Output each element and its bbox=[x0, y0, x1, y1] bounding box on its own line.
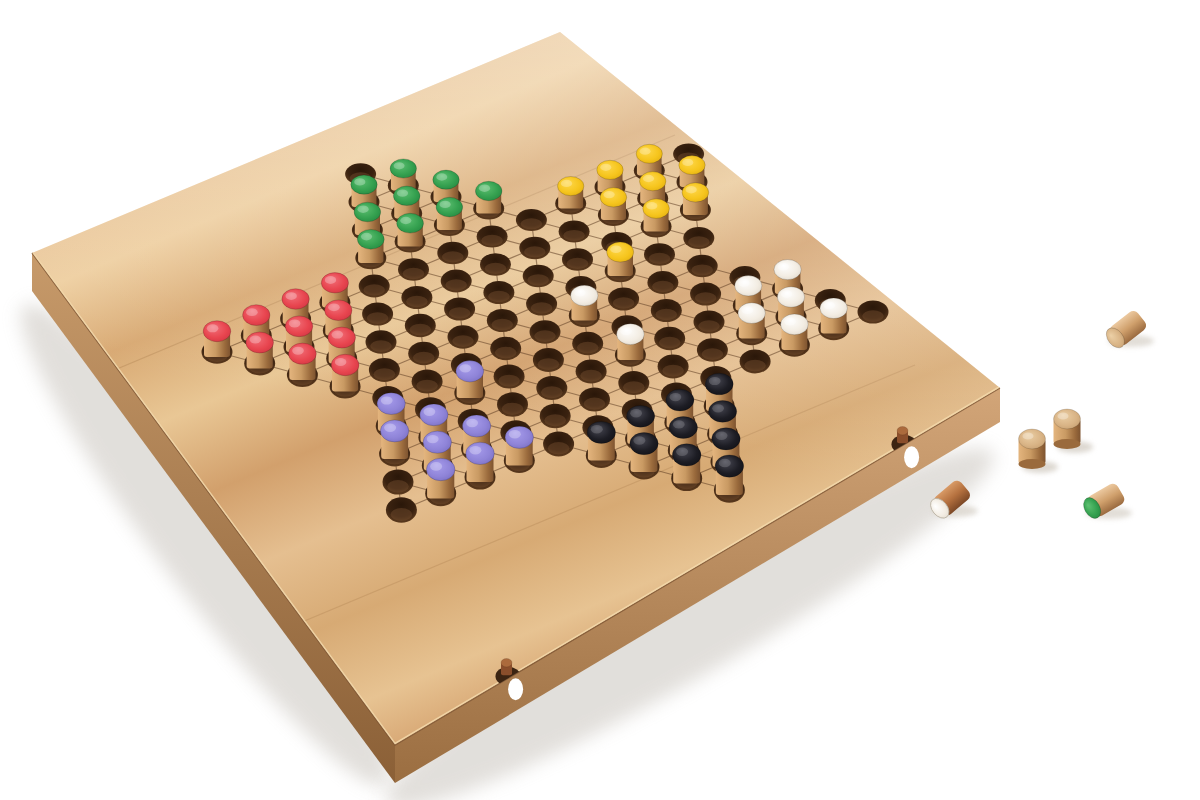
hole-c11-t-1.5[interactable] bbox=[647, 271, 678, 294]
peg-green[interactable] bbox=[433, 170, 459, 202]
wood-sheen bbox=[32, 32, 1000, 745]
hole-c5-t-0.5[interactable] bbox=[405, 314, 436, 337]
peg-white[interactable] bbox=[781, 314, 809, 350]
hole-c4-t0[interactable] bbox=[366, 330, 397, 354]
hole-c8-t4[interactable] bbox=[543, 432, 574, 457]
loose-peg-standing-natural[interactable] bbox=[1054, 409, 1094, 453]
hole-c12-t-2[interactable] bbox=[687, 255, 718, 278]
chinese-checkers-board-photo bbox=[0, 0, 1200, 800]
hole-c9-t2.5[interactable] bbox=[579, 387, 610, 411]
loose-peg-standing-natural[interactable] bbox=[1019, 429, 1059, 473]
scene bbox=[0, 0, 1200, 800]
hole-c12-t0[interactable] bbox=[694, 310, 725, 333]
loose-peg-lying-natural[interactable] bbox=[1099, 308, 1160, 369]
peg-black[interactable] bbox=[672, 444, 701, 484]
peg-yellow[interactable] bbox=[682, 183, 709, 215]
notch-gap bbox=[508, 678, 523, 700]
hole-c4-t-1[interactable] bbox=[362, 302, 393, 325]
peg-green[interactable] bbox=[436, 197, 463, 230]
peg-purple[interactable] bbox=[466, 442, 495, 482]
hole-c8-t-1[interactable] bbox=[526, 293, 557, 316]
peg-green[interactable] bbox=[390, 159, 416, 191]
peg-white[interactable] bbox=[738, 303, 765, 339]
hole-c8-t-3[interactable] bbox=[519, 237, 550, 259]
hole-c13-t1.5[interactable] bbox=[740, 350, 771, 374]
peg-white[interactable] bbox=[820, 298, 847, 334]
hole-c9-t1.5[interactable] bbox=[576, 360, 607, 384]
peg-yellow[interactable] bbox=[643, 199, 670, 232]
hole-c7-t2.5[interactable] bbox=[497, 392, 528, 416]
peg-yellow[interactable] bbox=[636, 144, 662, 175]
hole-c9-t0.5[interactable] bbox=[572, 332, 603, 356]
peg-green[interactable] bbox=[397, 213, 424, 246]
peg-red[interactable] bbox=[246, 332, 274, 369]
peg-red[interactable] bbox=[331, 354, 359, 391]
hole-c7-t-3.5[interactable] bbox=[477, 225, 508, 247]
hole-c7-t0.5[interactable] bbox=[490, 337, 521, 361]
peg-purple[interactable] bbox=[505, 426, 533, 465]
hole-c8-t-2[interactable] bbox=[523, 265, 554, 288]
peg-red[interactable] bbox=[203, 321, 231, 357]
hole-c16-t0[interactable] bbox=[858, 300, 889, 323]
hole-c6-t-1[interactable] bbox=[444, 297, 475, 320]
peg-yellow[interactable] bbox=[640, 172, 666, 204]
hole-c11-t-2.5[interactable] bbox=[644, 243, 675, 265]
hole-c11-t-0.5[interactable] bbox=[651, 299, 682, 322]
hole-c12-t1[interactable] bbox=[697, 338, 728, 362]
peg-yellow[interactable] bbox=[558, 177, 584, 209]
hole-c7-t-2.5[interactable] bbox=[480, 253, 511, 276]
hole-c10-t2[interactable] bbox=[618, 371, 649, 395]
hole-c8-t0[interactable] bbox=[530, 320, 561, 343]
peg-yellow[interactable] bbox=[597, 160, 623, 192]
hole-c4-t6[interactable] bbox=[386, 497, 417, 523]
hole-c7-t1.5[interactable] bbox=[494, 365, 525, 389]
board-top-face bbox=[0, 32, 1000, 755]
hole-c7-t-1.5[interactable] bbox=[483, 281, 514, 304]
hole-c6-t-2[interactable] bbox=[441, 270, 472, 293]
hole-c11-t1.5[interactable] bbox=[658, 355, 689, 379]
peg-yellow[interactable] bbox=[607, 242, 634, 276]
hole-c11-t0.5[interactable] bbox=[654, 327, 685, 350]
peg-green[interactable] bbox=[475, 181, 502, 213]
peg-purple[interactable] bbox=[380, 420, 408, 459]
hole-c6-t0[interactable] bbox=[448, 325, 479, 348]
peg-black[interactable] bbox=[715, 455, 744, 495]
hole-c12-t-3[interactable] bbox=[683, 227, 714, 249]
hole-c8-t1[interactable] bbox=[533, 348, 564, 372]
hole-c4-t5[interactable] bbox=[383, 469, 414, 494]
peg-yellow[interactable] bbox=[600, 188, 627, 220]
peg-green[interactable] bbox=[357, 229, 384, 263]
peg-yellow[interactable] bbox=[679, 156, 705, 187]
peg-white[interactable] bbox=[617, 324, 645, 360]
hole-c8-t2[interactable] bbox=[536, 376, 567, 400]
loose-peg-lying-green[interactable] bbox=[1077, 481, 1137, 539]
notch-gap bbox=[904, 446, 919, 468]
hole-c5-t1.5[interactable] bbox=[412, 370, 443, 394]
peg-purple[interactable] bbox=[456, 361, 484, 398]
peg-red[interactable] bbox=[289, 343, 317, 380]
hole-c4-t1[interactable] bbox=[369, 358, 400, 382]
hole-c12-t-1[interactable] bbox=[690, 283, 721, 306]
hole-c10-t-1[interactable] bbox=[608, 288, 639, 311]
hole-c7-t-0.5[interactable] bbox=[487, 309, 518, 332]
hole-c5-t-1.5[interactable] bbox=[401, 286, 432, 309]
hole-c5-t-2.5[interactable] bbox=[398, 258, 429, 281]
hole-c4-t-2[interactable] bbox=[359, 275, 390, 298]
hole-c8-t-4[interactable] bbox=[516, 209, 547, 231]
hole-c9-t-2.5[interactable] bbox=[562, 248, 593, 270]
hole-c9-t-3.5[interactable] bbox=[559, 220, 590, 242]
hole-c6-t-3[interactable] bbox=[437, 242, 468, 264]
peg-black[interactable] bbox=[587, 421, 615, 460]
hole-c8-t3[interactable] bbox=[540, 404, 571, 428]
peg-white[interactable] bbox=[571, 285, 598, 320]
peg-purple[interactable] bbox=[426, 458, 455, 498]
hole-c5-t0.5[interactable] bbox=[408, 342, 439, 366]
peg-black[interactable] bbox=[630, 433, 658, 473]
